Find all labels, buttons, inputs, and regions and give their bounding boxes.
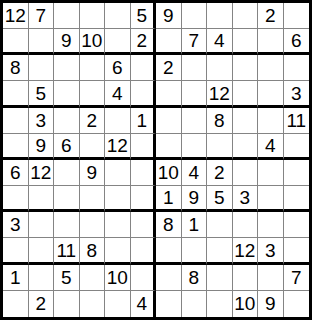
cell-r3c8[interactable] xyxy=(182,55,208,81)
cell-r8c4[interactable] xyxy=(80,186,106,212)
cell-r11c5[interactable]: 10 xyxy=(105,265,131,291)
cell-r3c10[interactable] xyxy=(233,55,259,81)
cell-r6c12[interactable] xyxy=(284,134,310,160)
cell-r8c3[interactable] xyxy=(54,186,80,212)
cell-r3c5[interactable]: 6 xyxy=(105,55,131,81)
cell-r2c12[interactable]: 6 xyxy=(284,29,310,55)
cell-r4c11[interactable] xyxy=(258,81,284,107)
cell-r2c6[interactable]: 2 xyxy=(131,29,157,55)
cell-r10c4[interactable]: 8 xyxy=(80,238,106,264)
cell-r1c11[interactable]: 2 xyxy=(258,3,284,29)
cell-r11c11[interactable] xyxy=(258,265,284,291)
cell-r12c2[interactable]: 2 xyxy=(29,291,55,317)
cell-r2c5[interactable] xyxy=(105,29,131,55)
cell-r1c12[interactable] xyxy=(284,3,310,29)
cell-r3c11[interactable] xyxy=(258,55,284,81)
cell-r7c2[interactable]: 12 xyxy=(29,160,55,186)
cell-r6c4[interactable] xyxy=(80,134,106,160)
cell-r3c4[interactable] xyxy=(80,55,106,81)
cell-r1c2[interactable]: 7 xyxy=(29,3,55,29)
cell-r8c11[interactable] xyxy=(258,186,284,212)
cell-r1c10[interactable] xyxy=(233,3,259,29)
cell-r11c7[interactable] xyxy=(156,265,182,291)
cell-r3c3[interactable] xyxy=(54,55,80,81)
cell-r4c8[interactable] xyxy=(182,81,208,107)
cell-r5c2[interactable]: 3 xyxy=(29,108,55,134)
cell-r8c9[interactable]: 5 xyxy=(207,186,233,212)
cell-r3c12[interactable] xyxy=(284,55,310,81)
cell-r11c4[interactable] xyxy=(80,265,106,291)
cell-r5c10[interactable] xyxy=(233,108,259,134)
cell-r6c5[interactable]: 12 xyxy=(105,134,131,160)
cell-r2c7[interactable] xyxy=(156,29,182,55)
cell-r6c8[interactable] xyxy=(182,134,208,160)
sudoku-board: 1275929102746862541233218119612461291042… xyxy=(0,0,312,320)
cell-r3c6[interactable] xyxy=(131,55,157,81)
cell-r4c12[interactable]: 3 xyxy=(284,81,310,107)
cell-r3c2[interactable] xyxy=(29,55,55,81)
cell-r9c11[interactable] xyxy=(258,212,284,238)
cell-r1c9[interactable] xyxy=(207,3,233,29)
cell-r1c7[interactable]: 9 xyxy=(156,3,182,29)
cell-r10c11[interactable]: 3 xyxy=(258,238,284,264)
cell-r11c1[interactable]: 1 xyxy=(3,265,29,291)
cell-r10c5[interactable] xyxy=(105,238,131,264)
cell-r9c3[interactable] xyxy=(54,212,80,238)
cell-r6c7[interactable] xyxy=(156,134,182,160)
cell-r10c3[interactable]: 11 xyxy=(54,238,80,264)
cell-r12c1[interactable] xyxy=(3,291,29,317)
cell-r1c5[interactable] xyxy=(105,3,131,29)
cell-r4c5[interactable]: 4 xyxy=(105,81,131,107)
cell-r2c3[interactable]: 9 xyxy=(54,29,80,55)
cell-r7c3[interactable] xyxy=(54,160,80,186)
cell-r2c2[interactable] xyxy=(29,29,55,55)
cell-r4c2[interactable]: 5 xyxy=(29,81,55,107)
cell-r9c1[interactable]: 3 xyxy=(3,212,29,238)
cell-r12c7[interactable] xyxy=(156,291,182,317)
cell-r11c6[interactable] xyxy=(131,265,157,291)
cell-r10c9[interactable] xyxy=(207,238,233,264)
cell-r5c11[interactable] xyxy=(258,108,284,134)
cell-r6c3[interactable]: 6 xyxy=(54,134,80,160)
cell-r12c11[interactable]: 9 xyxy=(258,291,284,317)
cell-r9c4[interactable] xyxy=(80,212,106,238)
cell-r5c1[interactable] xyxy=(3,108,29,134)
cell-r1c8[interactable] xyxy=(182,3,208,29)
cell-r2c11[interactable] xyxy=(258,29,284,55)
cell-r9c7[interactable]: 8 xyxy=(156,212,182,238)
cell-r5c7[interactable] xyxy=(156,108,182,134)
cell-r8c2[interactable] xyxy=(29,186,55,212)
cell-r12c8[interactable] xyxy=(182,291,208,317)
cell-r11c8[interactable]: 8 xyxy=(182,265,208,291)
cell-r10c10[interactable]: 12 xyxy=(233,238,259,264)
cell-r4c3[interactable] xyxy=(54,81,80,107)
cell-r12c6[interactable]: 4 xyxy=(131,291,157,317)
cell-r10c6[interactable] xyxy=(131,238,157,264)
cell-r2c9[interactable]: 4 xyxy=(207,29,233,55)
cell-r6c11[interactable]: 4 xyxy=(258,134,284,160)
cell-r5c9[interactable]: 8 xyxy=(207,108,233,134)
cell-r7c5[interactable] xyxy=(105,160,131,186)
cell-r5c3[interactable] xyxy=(54,108,80,134)
cell-r11c10[interactable] xyxy=(233,265,259,291)
cell-r1c3[interactable] xyxy=(54,3,80,29)
cell-r7c6[interactable] xyxy=(131,160,157,186)
cell-r4c1[interactable] xyxy=(3,81,29,107)
cell-r4c6[interactable] xyxy=(131,81,157,107)
cell-r3c1[interactable]: 8 xyxy=(3,55,29,81)
cell-r11c12[interactable]: 7 xyxy=(284,265,310,291)
cell-r8c5[interactable] xyxy=(105,186,131,212)
cell-r7c1[interactable]: 6 xyxy=(3,160,29,186)
cell-r9c12[interactable] xyxy=(284,212,310,238)
cell-r12c9[interactable] xyxy=(207,291,233,317)
cell-r11c2[interactable] xyxy=(29,265,55,291)
cell-r8c1[interactable] xyxy=(3,186,29,212)
cell-r9c2[interactable] xyxy=(29,212,55,238)
cell-r1c1[interactable]: 12 xyxy=(3,3,29,29)
cell-r10c2[interactable] xyxy=(29,238,55,264)
cell-r7c10[interactable] xyxy=(233,160,259,186)
cell-r12c4[interactable] xyxy=(80,291,106,317)
cell-r7c12[interactable] xyxy=(284,160,310,186)
cell-r8c7[interactable]: 1 xyxy=(156,186,182,212)
cell-r8c10[interactable]: 3 xyxy=(233,186,259,212)
cell-r7c9[interactable]: 2 xyxy=(207,160,233,186)
cell-r10c1[interactable] xyxy=(3,238,29,264)
cell-r8c6[interactable] xyxy=(131,186,157,212)
cell-r8c12[interactable] xyxy=(284,186,310,212)
cell-r10c7[interactable] xyxy=(156,238,182,264)
cell-r5c4[interactable]: 2 xyxy=(80,108,106,134)
cell-r6c9[interactable] xyxy=(207,134,233,160)
cell-r9c5[interactable] xyxy=(105,212,131,238)
cell-r2c10[interactable] xyxy=(233,29,259,55)
cell-r1c4[interactable] xyxy=(80,3,106,29)
cell-r5c5[interactable] xyxy=(105,108,131,134)
cell-r12c12[interactable] xyxy=(284,291,310,317)
cell-r3c9[interactable] xyxy=(207,55,233,81)
cell-r4c9[interactable]: 12 xyxy=(207,81,233,107)
cell-r9c9[interactable] xyxy=(207,212,233,238)
cell-r4c4[interactable] xyxy=(80,81,106,107)
cell-r6c6[interactable] xyxy=(131,134,157,160)
cell-r2c1[interactable] xyxy=(3,29,29,55)
cell-r12c10[interactable]: 10 xyxy=(233,291,259,317)
cell-r9c10[interactable] xyxy=(233,212,259,238)
cell-r7c4[interactable]: 9 xyxy=(80,160,106,186)
cell-r9c8[interactable]: 1 xyxy=(182,212,208,238)
cell-r7c8[interactable]: 4 xyxy=(182,160,208,186)
cell-r9c6[interactable] xyxy=(131,212,157,238)
cell-r7c7[interactable]: 10 xyxy=(156,160,182,186)
cell-r6c2[interactable]: 9 xyxy=(29,134,55,160)
cell-r5c6[interactable]: 1 xyxy=(131,108,157,134)
cell-r5c12[interactable]: 11 xyxy=(284,108,310,134)
cell-r12c5[interactable] xyxy=(105,291,131,317)
cell-r11c3[interactable]: 5 xyxy=(54,265,80,291)
cell-r4c7[interactable] xyxy=(156,81,182,107)
cell-r2c8[interactable]: 7 xyxy=(182,29,208,55)
cell-r10c12[interactable] xyxy=(284,238,310,264)
cell-r6c1[interactable] xyxy=(3,134,29,160)
cell-r7c11[interactable] xyxy=(258,160,284,186)
cell-r1c6[interactable]: 5 xyxy=(131,3,157,29)
cell-r5c8[interactable] xyxy=(182,108,208,134)
cell-r3c7[interactable]: 2 xyxy=(156,55,182,81)
cell-r4c10[interactable] xyxy=(233,81,259,107)
cell-r6c10[interactable] xyxy=(233,134,259,160)
cell-r11c9[interactable] xyxy=(207,265,233,291)
cell-r8c8[interactable]: 9 xyxy=(182,186,208,212)
cell-r10c8[interactable] xyxy=(182,238,208,264)
cell-r12c3[interactable] xyxy=(54,291,80,317)
cell-r2c4[interactable]: 10 xyxy=(80,29,106,55)
